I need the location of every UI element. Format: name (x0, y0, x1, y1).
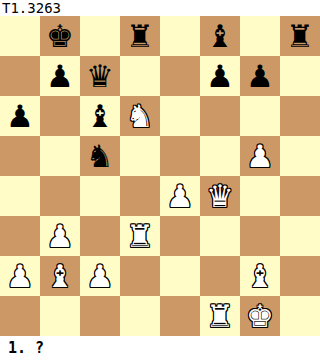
square-g8[interactable] (240, 16, 280, 56)
square-h6[interactable] (280, 96, 320, 136)
square-e8[interactable] (160, 16, 200, 56)
square-h4[interactable] (280, 176, 320, 216)
square-d8[interactable]: ♜ (120, 16, 160, 56)
square-g5[interactable]: ♟ (240, 136, 280, 176)
square-g3[interactable] (240, 216, 280, 256)
square-c1[interactable] (80, 296, 120, 336)
square-a5[interactable] (0, 136, 40, 176)
white-pawn[interactable]: ♟ (46, 216, 74, 256)
square-f7[interactable]: ♟ (200, 56, 240, 96)
black-bishop[interactable]: ♝ (206, 16, 234, 56)
square-c7[interactable]: ♛ (80, 56, 120, 96)
square-e1[interactable] (160, 296, 200, 336)
square-e4[interactable]: ♟ (160, 176, 200, 216)
square-f6[interactable] (200, 96, 240, 136)
square-d4[interactable] (120, 176, 160, 216)
square-d5[interactable] (120, 136, 160, 176)
black-pawn[interactable]: ♟ (206, 56, 234, 96)
white-pawn[interactable]: ♟ (6, 256, 34, 296)
white-bishop[interactable]: ♝ (246, 256, 274, 296)
square-e7[interactable] (160, 56, 200, 96)
square-c8[interactable] (80, 16, 120, 56)
puzzle-title: T1.3263 (0, 0, 320, 16)
square-e5[interactable] (160, 136, 200, 176)
black-rook[interactable]: ♜ (286, 16, 314, 56)
white-queen[interactable]: ♛ (206, 176, 234, 216)
square-g2[interactable]: ♝ (240, 256, 280, 296)
square-c5[interactable]: ♞ (80, 136, 120, 176)
square-f1[interactable]: ♜ (200, 296, 240, 336)
square-d7[interactable] (120, 56, 160, 96)
white-knight[interactable]: ♞ (126, 96, 154, 136)
square-a3[interactable] (0, 216, 40, 256)
puzzle-window: T1.3263 ♚♜♝♜♟♛♟♟♟♝♞♞♟♟♛♟♜♟♝♟♝♜♚ 1. ? (0, 0, 320, 360)
square-d3[interactable]: ♜ (120, 216, 160, 256)
black-pawn[interactable]: ♟ (246, 56, 274, 96)
square-b5[interactable] (40, 136, 80, 176)
square-a1[interactable] (0, 296, 40, 336)
square-f4[interactable]: ♛ (200, 176, 240, 216)
square-e3[interactable] (160, 216, 200, 256)
square-d1[interactable] (120, 296, 160, 336)
square-a2[interactable]: ♟ (0, 256, 40, 296)
square-b2[interactable]: ♝ (40, 256, 80, 296)
black-rook[interactable]: ♜ (126, 16, 154, 56)
square-g1[interactable]: ♚ (240, 296, 280, 336)
white-pawn[interactable]: ♟ (246, 136, 274, 176)
square-c4[interactable] (80, 176, 120, 216)
square-a6[interactable]: ♟ (0, 96, 40, 136)
square-f2[interactable] (200, 256, 240, 296)
square-a4[interactable] (0, 176, 40, 216)
white-rook[interactable]: ♜ (126, 216, 154, 256)
square-c6[interactable]: ♝ (80, 96, 120, 136)
square-c3[interactable] (80, 216, 120, 256)
move-prompt: 1. ? (0, 336, 320, 360)
square-a7[interactable] (0, 56, 40, 96)
square-b6[interactable] (40, 96, 80, 136)
black-knight[interactable]: ♞ (86, 136, 114, 176)
square-g7[interactable]: ♟ (240, 56, 280, 96)
white-pawn[interactable]: ♟ (86, 256, 114, 296)
square-b1[interactable] (40, 296, 80, 336)
square-e6[interactable] (160, 96, 200, 136)
square-h2[interactable] (280, 256, 320, 296)
black-pawn[interactable]: ♟ (46, 56, 74, 96)
square-g6[interactable] (240, 96, 280, 136)
square-b4[interactable] (40, 176, 80, 216)
square-h5[interactable] (280, 136, 320, 176)
white-king[interactable]: ♚ (246, 296, 274, 336)
black-bishop[interactable]: ♝ (86, 96, 114, 136)
square-h7[interactable] (280, 56, 320, 96)
chess-board: ♚♜♝♜♟♛♟♟♟♝♞♞♟♟♛♟♜♟♝♟♝♜♚ (0, 16, 320, 336)
square-b8[interactable]: ♚ (40, 16, 80, 56)
square-g4[interactable] (240, 176, 280, 216)
square-h1[interactable] (280, 296, 320, 336)
square-b7[interactable]: ♟ (40, 56, 80, 96)
square-d2[interactable] (120, 256, 160, 296)
black-pawn[interactable]: ♟ (6, 96, 34, 136)
white-rook[interactable]: ♜ (206, 296, 234, 336)
square-d6[interactable]: ♞ (120, 96, 160, 136)
square-h8[interactable]: ♜ (280, 16, 320, 56)
square-a8[interactable] (0, 16, 40, 56)
square-f3[interactable] (200, 216, 240, 256)
square-h3[interactable] (280, 216, 320, 256)
square-c2[interactable]: ♟ (80, 256, 120, 296)
square-e2[interactable] (160, 256, 200, 296)
square-b3[interactable]: ♟ (40, 216, 80, 256)
white-pawn[interactable]: ♟ (166, 176, 194, 216)
square-f8[interactable]: ♝ (200, 16, 240, 56)
black-king[interactable]: ♚ (46, 16, 74, 56)
square-f5[interactable] (200, 136, 240, 176)
black-queen[interactable]: ♛ (86, 56, 114, 96)
white-bishop[interactable]: ♝ (46, 256, 74, 296)
